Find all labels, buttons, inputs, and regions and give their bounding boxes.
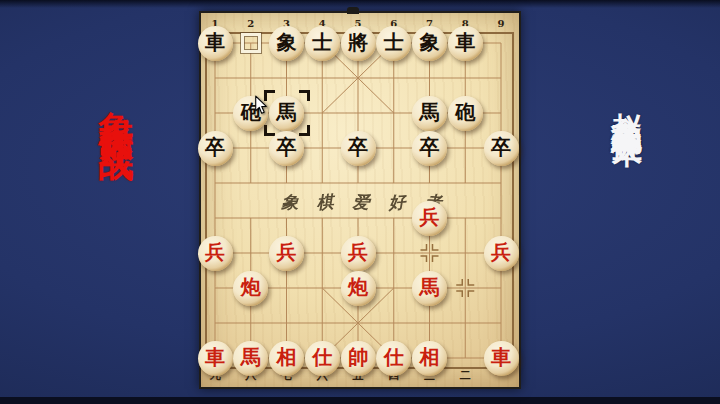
piece-red-general[interactable]: 帥 [341, 341, 376, 376]
river-text-char: 好 [383, 190, 411, 215]
piece-red-cannon[interactable]: 炮 [233, 271, 268, 306]
piece-black-rook[interactable]: 車 [198, 26, 233, 61]
xiangqi-board[interactable]: 123456789 九八七六五四三二一 象棋爱好者 車象士將士象車砲馬馬砲卒卒卒… [199, 11, 521, 389]
right-caption: 赵鑫鑫和柳大华 [606, 88, 648, 116]
letterbox-bottom [0, 397, 720, 404]
piece-red-pawn[interactable]: 兵 [341, 236, 376, 271]
piece-red-rook[interactable]: 車 [198, 341, 233, 376]
piece-red-cannon[interactable]: 炮 [341, 271, 376, 306]
piece-red-pawn[interactable]: 兵 [412, 201, 447, 236]
piece-black-cannon[interactable]: 砲 [448, 96, 483, 131]
piece-red-advisor[interactable]: 仕 [376, 341, 411, 376]
piece-black-elephant[interactable]: 象 [412, 26, 447, 61]
piece-black-rook[interactable]: 車 [448, 26, 483, 61]
rank-file-label-black: 9 [498, 19, 505, 29]
piece-red-pawn[interactable]: 兵 [198, 236, 233, 271]
video-frame: 象棋大师实战 赵鑫鑫和柳大华 123456789 九八七六五四三二一 象棋爱好者… [0, 0, 720, 404]
piece-black-pawn[interactable]: 卒 [412, 131, 447, 166]
piece-black-pawn[interactable]: 卒 [484, 131, 519, 166]
rank-file-label-black: 2 [247, 19, 254, 29]
piece-black-pawn[interactable]: 卒 [341, 131, 376, 166]
piece-red-advisor[interactable]: 仕 [305, 341, 340, 376]
river-text-char: 爱 [347, 190, 374, 214]
piece-red-elephant[interactable]: 相 [269, 341, 304, 376]
left-caption: 象棋大师实战 [92, 83, 139, 125]
piece-black-pawn[interactable]: 卒 [269, 131, 304, 166]
rank-file-label-red: 二 [460, 371, 471, 381]
piece-black-advisor[interactable]: 士 [305, 26, 340, 61]
piece-red-horse[interactable]: 馬 [412, 271, 447, 306]
piece-black-elephant[interactable]: 象 [269, 26, 304, 61]
piece-black-cannon[interactable]: 砲 [233, 96, 268, 131]
piece-black-advisor[interactable]: 士 [376, 26, 411, 61]
piece-red-horse[interactable]: 馬 [233, 341, 268, 376]
piece-black-horse[interactable]: 馬 [412, 96, 447, 131]
piece-red-rook[interactable]: 車 [484, 341, 519, 376]
piece-black-horse[interactable]: 馬 [269, 96, 304, 131]
last-move-origin-marker [241, 33, 261, 53]
river-text-char: 棋 [311, 190, 339, 215]
piece-black-general[interactable]: 將 [341, 26, 376, 61]
piece-black-pawn[interactable]: 卒 [198, 131, 233, 166]
letterbox-top [0, 0, 720, 8]
piece-red-pawn[interactable]: 兵 [484, 236, 519, 271]
piece-red-elephant[interactable]: 相 [412, 341, 447, 376]
piece-red-pawn[interactable]: 兵 [269, 236, 304, 271]
river-text-char: 象 [276, 190, 303, 214]
